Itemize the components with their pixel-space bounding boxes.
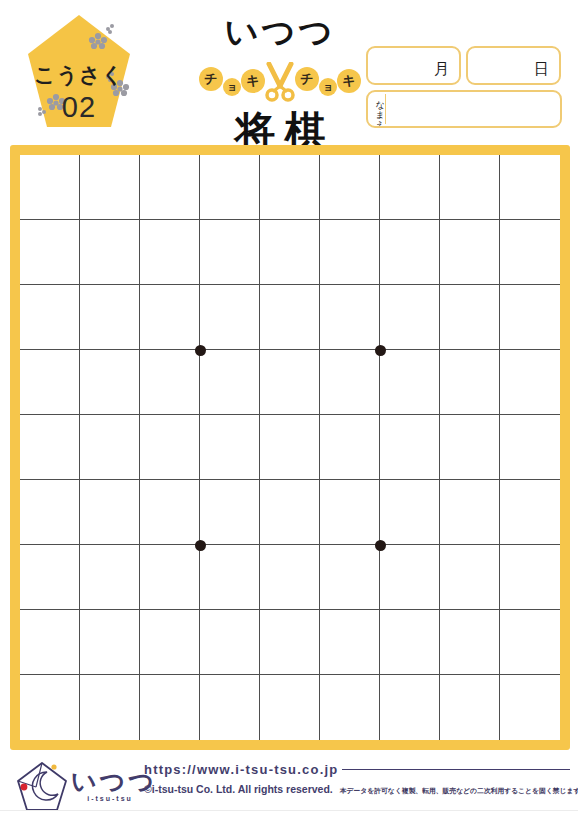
board-cell[interactable]	[440, 155, 500, 220]
board-cell[interactable]	[80, 610, 140, 675]
board-cell[interactable]	[140, 155, 200, 220]
board-cell[interactable]	[80, 545, 140, 610]
day-field[interactable]: 日	[466, 46, 561, 85]
board-cell[interactable]	[260, 285, 320, 350]
board-cell[interactable]	[320, 415, 380, 480]
board-cell[interactable]	[320, 480, 380, 545]
board-cell[interactable]	[320, 285, 380, 350]
board-cell[interactable]	[440, 350, 500, 415]
board-cell[interactable]	[200, 220, 260, 285]
board-cell[interactable]	[200, 350, 260, 415]
website-link[interactable]: https://www.i-tsu-tsu.co.jp	[144, 762, 338, 777]
board-cell[interactable]	[500, 350, 560, 415]
board-cell[interactable]	[20, 415, 80, 480]
board-cell[interactable]	[200, 480, 260, 545]
board-cell[interactable]	[80, 285, 140, 350]
board-cell[interactable]	[500, 675, 560, 740]
board-cell[interactable]	[380, 220, 440, 285]
board-cell[interactable]	[20, 285, 80, 350]
board-cell[interactable]	[500, 220, 560, 285]
board-cell[interactable]	[380, 285, 440, 350]
board-cell[interactable]	[440, 610, 500, 675]
page-bottom-line	[0, 810, 578, 811]
star-point	[375, 345, 386, 356]
board-cell[interactable]	[200, 285, 260, 350]
board-cell[interactable]	[80, 675, 140, 740]
board-cell[interactable]	[80, 220, 140, 285]
choki-char: ョ	[319, 78, 337, 96]
board-cell[interactable]	[260, 415, 320, 480]
board-cell[interactable]	[200, 415, 260, 480]
shogi-board	[20, 155, 560, 740]
name-field[interactable]: なまえ	[366, 90, 562, 128]
star-point	[375, 540, 386, 551]
board-cell[interactable]	[440, 220, 500, 285]
choki-char: キ	[241, 69, 265, 93]
board-cell[interactable]	[380, 415, 440, 480]
board-cell[interactable]	[380, 675, 440, 740]
choki-char: チ	[295, 67, 319, 91]
board-cell[interactable]	[200, 675, 260, 740]
legal-text: 本データを許可なく複製、転用、販売などの二次利用することを固く禁じます。	[340, 786, 578, 796]
date-name-form: 月 日 なまえ	[366, 46, 562, 128]
board-cell[interactable]	[380, 610, 440, 675]
board-cell[interactable]	[20, 350, 80, 415]
itsutsu-logo-icon	[16, 761, 68, 817]
board-cell[interactable]	[260, 545, 320, 610]
board-cell[interactable]	[260, 350, 320, 415]
board-cell[interactable]	[140, 610, 200, 675]
name-label: なまえ	[368, 92, 385, 126]
board-cell[interactable]	[20, 480, 80, 545]
star-point	[195, 345, 206, 356]
board-cell[interactable]	[500, 285, 560, 350]
board-cell[interactable]	[200, 610, 260, 675]
board-cell[interactable]	[500, 155, 560, 220]
board-cell[interactable]	[500, 415, 560, 480]
board-cell[interactable]	[260, 480, 320, 545]
board-cell[interactable]	[20, 675, 80, 740]
scissors-icon	[263, 62, 297, 102]
board-cell[interactable]	[140, 220, 200, 285]
day-label: 日	[534, 60, 549, 79]
choki-char: ョ	[223, 78, 241, 96]
board-cell[interactable]	[20, 155, 80, 220]
board-cell[interactable]	[500, 610, 560, 675]
board-cell[interactable]	[140, 675, 200, 740]
board-cell[interactable]	[260, 220, 320, 285]
board-cell[interactable]	[200, 545, 260, 610]
board-cell[interactable]	[80, 415, 140, 480]
board-cell[interactable]	[80, 155, 140, 220]
board-cell[interactable]	[20, 545, 80, 610]
choki-char: キ	[337, 69, 361, 93]
board-cell[interactable]	[140, 285, 200, 350]
footer-copy-row: ©i-tsu-tsu Co. Ltd. All rights reserved.…	[144, 783, 574, 796]
board-cell[interactable]	[440, 480, 500, 545]
board-cell[interactable]	[380, 155, 440, 220]
board-cell[interactable]	[320, 220, 380, 285]
copyright-text: ©i-tsu-tsu Co. Ltd. All rights reserved.	[144, 783, 333, 795]
month-field[interactable]: 月	[366, 46, 461, 85]
star-point	[195, 540, 206, 551]
board-cell[interactable]	[260, 610, 320, 675]
board-cell[interactable]	[140, 350, 200, 415]
month-label: 月	[434, 60, 449, 79]
board-cell[interactable]	[440, 545, 500, 610]
board-cell[interactable]	[380, 350, 440, 415]
shogi-board-frame	[10, 145, 570, 750]
title-block: いつつ チ ョ キ チ ョ キ 将棋	[180, 10, 380, 159]
board-cell[interactable]	[440, 285, 500, 350]
board-cell[interactable]	[320, 545, 380, 610]
footer-logo-subtext: i-tsu-tsu	[71, 795, 149, 802]
board-cell[interactable]	[80, 480, 140, 545]
badge-number: 02	[26, 91, 132, 124]
board-cell[interactable]	[80, 350, 140, 415]
board-cell[interactable]	[320, 675, 380, 740]
footer-rule	[342, 769, 570, 770]
craft-badge: こうさく 02	[26, 13, 132, 129]
board-cell[interactable]	[140, 415, 200, 480]
board-cell[interactable]	[380, 480, 440, 545]
board-cell[interactable]	[140, 480, 200, 545]
choki-char: チ	[199, 67, 223, 91]
board-cell[interactable]	[260, 155, 320, 220]
board-cell[interactable]	[20, 220, 80, 285]
board-cell[interactable]	[320, 610, 380, 675]
name-divider	[385, 94, 386, 124]
board-cell[interactable]	[200, 155, 260, 220]
board-cell[interactable]	[440, 675, 500, 740]
board-cell[interactable]	[500, 545, 560, 610]
brand-title: いつつ	[180, 10, 380, 55]
footer-url-row: https://www.i-tsu-tsu.co.jp	[144, 762, 570, 777]
board-cell[interactable]	[20, 610, 80, 675]
badge-label: こうさく	[26, 61, 132, 89]
board-cell[interactable]	[380, 545, 440, 610]
board-cell[interactable]	[140, 545, 200, 610]
board-cell[interactable]	[320, 350, 380, 415]
choki-scissors-row: チ ョ キ チ ョ キ	[180, 62, 380, 102]
board-cell[interactable]	[260, 675, 320, 740]
board-cell[interactable]	[320, 155, 380, 220]
board-cell[interactable]	[500, 480, 560, 545]
board-cell[interactable]	[440, 415, 500, 480]
